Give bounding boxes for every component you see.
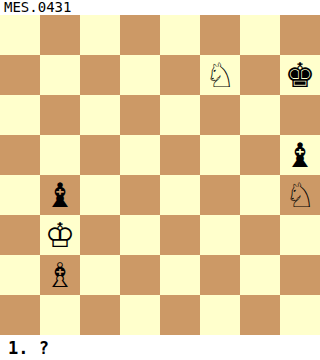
piece-white-knight: ♘ — [285, 175, 315, 215]
square-c2[interactable] — [80, 255, 120, 295]
square-d6[interactable] — [120, 95, 160, 135]
square-e8[interactable] — [160, 15, 200, 55]
square-d7[interactable] — [120, 55, 160, 95]
square-d4[interactable] — [120, 175, 160, 215]
square-f3[interactable] — [200, 215, 240, 255]
piece-black-bishop: ♝ — [285, 135, 315, 175]
square-e4[interactable] — [160, 175, 200, 215]
square-b4[interactable]: ♝ — [40, 175, 80, 215]
square-g4[interactable] — [240, 175, 280, 215]
square-h2[interactable] — [280, 255, 320, 295]
square-a1[interactable] — [0, 295, 40, 335]
square-b6[interactable] — [40, 95, 80, 135]
square-h3[interactable] — [280, 215, 320, 255]
square-f5[interactable] — [200, 135, 240, 175]
square-a2[interactable] — [0, 255, 40, 295]
square-e7[interactable] — [160, 55, 200, 95]
puzzle-title: MES.0431 — [0, 0, 320, 15]
square-a6[interactable] — [0, 95, 40, 135]
square-b5[interactable] — [40, 135, 80, 175]
square-a4[interactable] — [0, 175, 40, 215]
square-f1[interactable] — [200, 295, 240, 335]
square-a3[interactable] — [0, 215, 40, 255]
square-a8[interactable] — [0, 15, 40, 55]
square-d3[interactable] — [120, 215, 160, 255]
square-a7[interactable] — [0, 55, 40, 95]
square-h1[interactable] — [280, 295, 320, 335]
square-b2[interactable]: ♗ — [40, 255, 80, 295]
square-g6[interactable] — [240, 95, 280, 135]
square-d2[interactable] — [120, 255, 160, 295]
square-b3[interactable]: ♔ — [40, 215, 80, 255]
square-d1[interactable] — [120, 295, 160, 335]
piece-black-bishop: ♝ — [45, 175, 75, 215]
square-c6[interactable] — [80, 95, 120, 135]
square-f6[interactable] — [200, 95, 240, 135]
square-d8[interactable] — [120, 15, 160, 55]
square-e3[interactable] — [160, 215, 200, 255]
square-b7[interactable] — [40, 55, 80, 95]
square-h5[interactable]: ♝ — [280, 135, 320, 175]
square-d5[interactable] — [120, 135, 160, 175]
square-g3[interactable] — [240, 215, 280, 255]
square-h6[interactable] — [280, 95, 320, 135]
square-g5[interactable] — [240, 135, 280, 175]
piece-black-king: ♚ — [285, 55, 315, 95]
square-g1[interactable] — [240, 295, 280, 335]
square-b1[interactable] — [40, 295, 80, 335]
move-prompt: 1. ? — [0, 335, 320, 360]
square-f7[interactable]: ♘ — [200, 55, 240, 95]
square-a5[interactable] — [0, 135, 40, 175]
square-g2[interactable] — [240, 255, 280, 295]
square-c4[interactable] — [80, 175, 120, 215]
piece-white-bishop: ♗ — [45, 255, 75, 295]
square-c8[interactable] — [80, 15, 120, 55]
square-c1[interactable] — [80, 295, 120, 335]
chess-board: ♘♚♝♝♘♔♗ — [0, 15, 320, 335]
square-f2[interactable] — [200, 255, 240, 295]
square-h8[interactable] — [280, 15, 320, 55]
square-e5[interactable] — [160, 135, 200, 175]
square-h4[interactable]: ♘ — [280, 175, 320, 215]
square-g7[interactable] — [240, 55, 280, 95]
piece-white-knight: ♘ — [205, 55, 235, 95]
square-c5[interactable] — [80, 135, 120, 175]
square-c7[interactable] — [80, 55, 120, 95]
square-e2[interactable] — [160, 255, 200, 295]
square-e1[interactable] — [160, 295, 200, 335]
square-b8[interactable] — [40, 15, 80, 55]
piece-white-king: ♔ — [45, 215, 75, 255]
square-f8[interactable] — [200, 15, 240, 55]
square-c3[interactable] — [80, 215, 120, 255]
square-f4[interactable] — [200, 175, 240, 215]
square-h7[interactable]: ♚ — [280, 55, 320, 95]
square-g8[interactable] — [240, 15, 280, 55]
square-e6[interactable] — [160, 95, 200, 135]
